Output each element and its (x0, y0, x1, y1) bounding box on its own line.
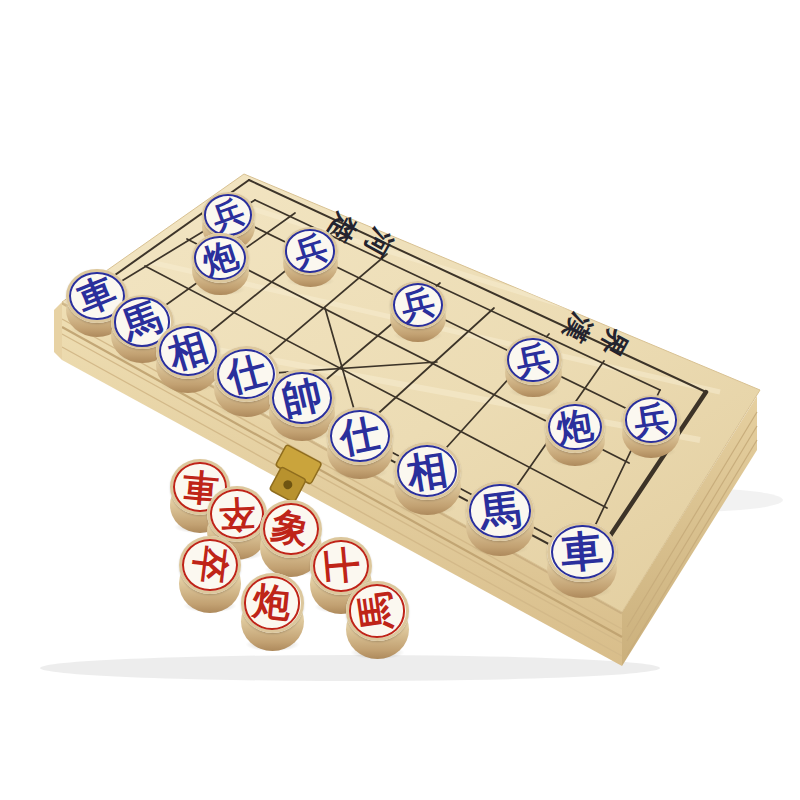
piece-blue-chariot[interactable]: 車 (541, 520, 623, 612)
piece-face: 兵 (283, 227, 338, 275)
piece-character: 兵 (513, 340, 553, 380)
piece-face: 兵 (622, 395, 680, 445)
piece-face: 炮 (545, 401, 605, 453)
piece-blue-cannon[interactable]: 炮 (186, 231, 255, 309)
piece-character: 相 (404, 448, 450, 494)
piece-character: 馬 (356, 590, 399, 633)
piece-red-horse[interactable]: 馬 (340, 579, 415, 673)
piece-face: 卒 (179, 536, 241, 594)
piece-character: 炮 (554, 406, 595, 447)
piece-face: 仕 (327, 407, 393, 464)
piece-face: 兵 (505, 335, 562, 385)
piece-red-cannon[interactable]: 炮 (235, 571, 310, 665)
piece-face: 相 (394, 442, 461, 500)
piece-blue-elephant[interactable]: 相 (388, 440, 467, 529)
piece-layer: 兵兵炮車兵馬相兵仕帥兵炮仕相車馬卒象車卒士炮馬 (0, 0, 800, 800)
piece-character: 車 (559, 529, 605, 575)
piece-character: 卒 (189, 544, 230, 585)
piece-character: 兵 (631, 400, 670, 439)
piece-blue-soldier[interactable]: 兵 (384, 279, 452, 356)
piece-character: 炮 (251, 582, 293, 624)
piece-face: 馬 (466, 481, 534, 540)
piece-blue-cannon[interactable]: 炮 (539, 399, 611, 480)
piece-face: 兵 (390, 281, 446, 330)
piece-face: 炮 (241, 573, 304, 632)
piece-blue-soldier[interactable]: 兵 (277, 225, 344, 301)
piece-blue-soldier[interactable]: 兵 (616, 393, 686, 472)
piece-face: 車 (547, 522, 617, 583)
piece-character: 卒 (218, 495, 256, 533)
piece-character: 仕 (337, 413, 383, 459)
piece-blue-horse[interactable]: 馬 (460, 479, 540, 569)
piece-character: 兵 (398, 285, 439, 326)
xiangqi-set-photo: 楚河 漢界 兵兵炮車兵馬相兵仕帥兵炮仕相車馬卒象車卒士炮馬 (0, 0, 800, 800)
piece-face: 炮 (192, 233, 249, 283)
piece-character: 馬 (477, 488, 522, 533)
piece-face: 馬 (346, 581, 409, 640)
